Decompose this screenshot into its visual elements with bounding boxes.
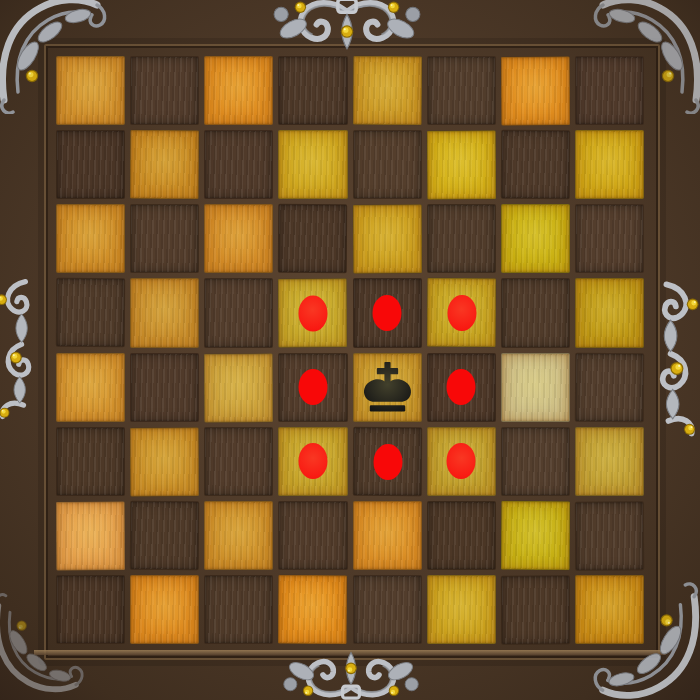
filigree-crest-bottom-icon <box>281 647 421 700</box>
square-h3[interactable] <box>575 427 644 496</box>
square-c3[interactable] <box>204 427 273 496</box>
square-e4[interactable] <box>353 353 422 422</box>
square-c1[interactable] <box>204 575 273 644</box>
frame-bevel-line <box>34 650 666 655</box>
square-h2[interactable] <box>575 501 644 570</box>
square-b5[interactable] <box>130 278 199 347</box>
square-f8[interactable] <box>427 56 496 125</box>
square-b7[interactable] <box>130 130 200 200</box>
square-h8[interactable] <box>575 56 644 125</box>
filigree-scroll-left-icon <box>0 274 35 426</box>
square-a3[interactable] <box>56 427 125 496</box>
square-b8[interactable] <box>130 56 199 125</box>
square-f6[interactable] <box>427 204 496 273</box>
move-dot[interactable] <box>298 443 327 479</box>
square-e6[interactable] <box>352 205 421 274</box>
square-d1[interactable] <box>278 575 348 645</box>
square-a1[interactable] <box>56 575 125 644</box>
square-h1[interactable] <box>575 575 644 644</box>
square-d3[interactable] <box>278 427 347 496</box>
square-e3[interactable] <box>352 426 422 496</box>
square-d5[interactable] <box>278 279 347 348</box>
square-g8[interactable] <box>501 56 570 125</box>
square-g5[interactable] <box>501 278 570 347</box>
square-f2[interactable] <box>427 501 496 570</box>
chessboard-photo <box>0 0 700 700</box>
square-h4[interactable] <box>575 352 645 422</box>
square-d7[interactable] <box>278 130 347 199</box>
square-a4[interactable] <box>56 353 125 422</box>
square-g7[interactable] <box>501 130 571 200</box>
filigree-scroll-right-icon <box>655 276 700 444</box>
move-dot[interactable] <box>372 443 401 479</box>
square-a7[interactable] <box>56 130 125 199</box>
square-f3[interactable] <box>427 427 496 496</box>
square-h6[interactable] <box>575 204 644 273</box>
square-e5[interactable] <box>353 278 422 347</box>
square-d8[interactable] <box>278 56 347 125</box>
square-c8[interactable] <box>204 56 273 125</box>
square-c4[interactable] <box>204 353 273 422</box>
square-c6[interactable] <box>204 204 273 273</box>
piece-black-king[interactable] <box>354 354 421 421</box>
square-e2[interactable] <box>353 501 422 570</box>
square-a8[interactable] <box>56 56 125 125</box>
move-dot[interactable] <box>298 369 327 405</box>
square-g1[interactable] <box>501 575 570 644</box>
square-b1[interactable] <box>130 575 199 644</box>
square-a2[interactable] <box>56 501 125 570</box>
square-g4[interactable] <box>501 353 570 422</box>
square-e7[interactable] <box>353 130 422 199</box>
square-e8[interactable] <box>352 56 422 126</box>
square-c2[interactable] <box>204 501 273 570</box>
square-f4[interactable] <box>427 353 496 422</box>
square-d4[interactable] <box>278 353 347 422</box>
square-g3[interactable] <box>501 427 570 496</box>
square-b4[interactable] <box>130 353 199 422</box>
square-c5[interactable] <box>204 278 273 347</box>
black-king-icon <box>359 361 416 416</box>
square-c7[interactable] <box>204 130 273 199</box>
move-dot[interactable] <box>447 295 476 331</box>
square-b2[interactable] <box>130 501 200 571</box>
square-g2[interactable] <box>501 501 571 571</box>
move-dot[interactable] <box>373 295 402 331</box>
square-d2[interactable] <box>278 501 347 570</box>
square-a6[interactable] <box>56 204 125 273</box>
move-dot[interactable] <box>447 369 476 405</box>
square-h7[interactable] <box>575 130 644 199</box>
square-a5[interactable] <box>56 278 126 348</box>
square-f1[interactable] <box>427 575 496 644</box>
square-e1[interactable] <box>353 575 422 644</box>
square-g6[interactable] <box>501 204 570 273</box>
square-d6[interactable] <box>278 204 348 274</box>
square-f5[interactable] <box>426 278 496 348</box>
filigree-crest-top-icon <box>271 0 423 54</box>
chess-board <box>52 52 648 648</box>
move-dot[interactable] <box>298 295 327 331</box>
square-f7[interactable] <box>426 130 495 199</box>
square-b6[interactable] <box>130 204 199 273</box>
square-h5[interactable] <box>575 278 644 347</box>
move-dot[interactable] <box>447 443 476 479</box>
square-b3[interactable] <box>130 427 199 496</box>
